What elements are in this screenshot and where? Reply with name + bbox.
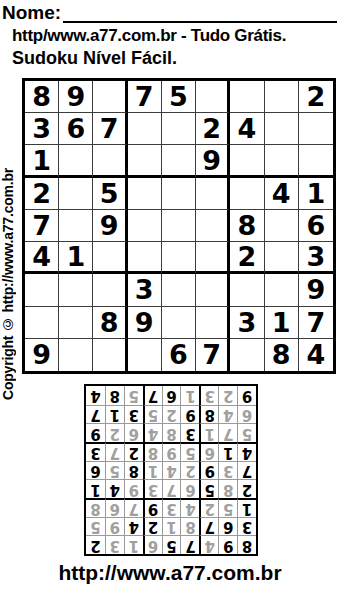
solution-cell-r3c6: 9 [143, 498, 162, 517]
cell-r6c4[interactable] [128, 242, 162, 274]
solution-cell-r7c9: 9 [86, 423, 105, 442]
cell-r2c2[interactable]: 6 [59, 113, 93, 145]
cell-r2c3[interactable]: 7 [93, 113, 127, 145]
cell-r8c2[interactable] [59, 307, 93, 339]
solution-cell-r7c7: 6 [124, 423, 143, 442]
cell-r8c6[interactable] [196, 307, 230, 339]
cell-r4c5[interactable] [162, 178, 196, 210]
cell-r3c3[interactable] [93, 145, 127, 177]
solution-cell-r8c6: 5 [143, 405, 162, 424]
solution-cell-r5c6: 1 [143, 461, 162, 480]
cell-r2c4[interactable] [128, 113, 162, 145]
solution-cell-r6c3: 6 [199, 442, 218, 461]
cell-r2c1[interactable]: 3 [25, 113, 59, 145]
solution-cell-r1c9: 2 [86, 535, 105, 554]
cell-r6c5[interactable] [162, 242, 196, 274]
cell-r1c6[interactable] [196, 81, 230, 113]
solution-cell-r3c7: 7 [124, 498, 143, 517]
page-title: Sudoku Nível Fácil. [12, 48, 340, 69]
solution-cell-r9c7: 5 [124, 386, 143, 405]
solution-cell-r7c6: 4 [143, 423, 162, 442]
cell-r7c6[interactable] [196, 274, 230, 306]
solution-cell-r8c1: 6 [237, 405, 256, 424]
cell-r5c3[interactable]: 9 [93, 210, 127, 242]
cell-r9c1[interactable]: 9 [25, 339, 59, 371]
cell-r7c3[interactable] [93, 274, 127, 306]
cell-r5c1[interactable]: 7 [25, 210, 59, 242]
solution-cell-r4c4: 6 [180, 479, 199, 498]
solution-cell-r2c8: 9 [105, 517, 124, 536]
footer-url: http://www.a77.com.br [0, 561, 340, 585]
solution-cell-r6c9: 3 [86, 442, 105, 461]
cell-r8c3[interactable]: 8 [93, 307, 127, 339]
solution-cell-r1c3: 4 [199, 535, 218, 554]
solution-cell-r3c8: 6 [105, 498, 124, 517]
cell-r2c6[interactable]: 2 [196, 113, 230, 145]
solution-cell-r7c4: 3 [180, 423, 199, 442]
cell-r1c5[interactable]: 5 [162, 81, 196, 113]
solution-cell-r3c4: 4 [180, 498, 199, 517]
solution-cell-r2c7: 4 [124, 517, 143, 536]
cell-r5c8[interactable] [265, 210, 299, 242]
solution-cell-r2c6: 2 [143, 517, 162, 536]
cell-r4c3[interactable]: 5 [93, 178, 127, 210]
copyright-vertical-text: Copyright © http://www.a77.com.br [0, 142, 18, 426]
cell-r7c4[interactable]: 3 [128, 274, 162, 306]
cell-r3c6[interactable]: 9 [196, 145, 230, 177]
solution-cell-r5c8: 5 [105, 461, 124, 480]
cell-r6c8[interactable] [265, 242, 299, 274]
solution-cell-r2c2: 6 [218, 517, 237, 536]
solution-cell-r9c8: 8 [105, 386, 124, 405]
cell-r8c7[interactable]: 3 [230, 307, 264, 339]
cell-r3c2[interactable] [59, 145, 93, 177]
cell-r5c6[interactable] [196, 210, 230, 242]
cell-r4c6[interactable] [196, 178, 230, 210]
solution-cell-r7c5: 8 [162, 423, 181, 442]
cell-r8c4[interactable]: 9 [128, 307, 162, 339]
solution-cell-r3c9: 8 [86, 498, 105, 517]
cell-r9c3[interactable] [93, 339, 127, 371]
cell-r2c5[interactable] [162, 113, 196, 145]
sudoku-printable-page: Nome: http/www.a77.com.br - Tudo Grátis.… [0, 0, 340, 596]
solution-cell-r5c2: 3 [218, 461, 237, 480]
solution-cell-r1c1: 8 [237, 535, 256, 554]
solution-cell-r2c3: 7 [199, 517, 218, 536]
cell-r1c4[interactable]: 7 [128, 81, 162, 113]
solution-cell-r8c7: 3 [124, 405, 143, 424]
cell-r7c9[interactable]: 9 [299, 274, 333, 306]
solution-cell-r3c5: 3 [162, 498, 181, 517]
solution-cell-r8c4: 9 [180, 405, 199, 424]
solution-cell-r7c3: 1 [199, 423, 218, 442]
solution-cell-r6c2: 1 [218, 442, 237, 461]
cell-r5c5[interactable] [162, 210, 196, 242]
solution-cell-r9c1: 9 [237, 386, 256, 405]
cell-r3c7[interactable] [230, 145, 264, 177]
cell-r1c8[interactable] [265, 81, 299, 113]
cell-r5c9[interactable]: 6 [299, 210, 333, 242]
cell-r3c1[interactable]: 1 [25, 145, 59, 177]
cell-r8c8[interactable]: 1 [265, 307, 299, 339]
solution-cell-r5c5: 4 [162, 461, 181, 480]
solution-cell-r4c6: 3 [143, 479, 162, 498]
solution-cell-r6c8: 7 [105, 442, 124, 461]
solution-cell-r4c8: 4 [105, 479, 124, 498]
cell-r2c9[interactable] [299, 113, 333, 145]
solution-cell-r2c5: 1 [162, 517, 181, 536]
cell-r3c9[interactable] [299, 145, 333, 177]
solution-cell-r8c9: 7 [86, 405, 105, 424]
cell-r9c7[interactable] [230, 339, 264, 371]
cell-r1c3[interactable] [93, 81, 127, 113]
solution-cell-r7c2: 7 [218, 423, 237, 442]
cell-r5c4[interactable] [128, 210, 162, 242]
solution-cell-r5c1: 7 [237, 461, 256, 480]
cell-r9c8[interactable]: 8 [265, 339, 299, 371]
cell-r6c3[interactable] [93, 242, 127, 274]
solution-cell-r5c9: 6 [86, 461, 105, 480]
name-blank-line[interactable] [63, 4, 337, 23]
solution-cell-r1c6: 6 [143, 535, 162, 554]
solution-cell-r1c2: 9 [218, 535, 237, 554]
sudoku-board: 897523672419254179864123398931796784 [22, 78, 336, 374]
cell-r9c9[interactable]: 4 [299, 339, 333, 371]
solution-cell-r6c4: 5 [180, 442, 199, 461]
solution-cell-r6c1: 4 [237, 442, 256, 461]
solution-cell-r9c9: 4 [86, 386, 105, 405]
cell-r7c1[interactable] [25, 274, 59, 306]
cell-r3c4[interactable] [128, 145, 162, 177]
cell-r9c5[interactable]: 6 [162, 339, 196, 371]
solution-cell-r1c7: 1 [124, 535, 143, 554]
cell-r7c7[interactable] [230, 274, 264, 306]
cell-r2c7[interactable]: 4 [230, 113, 264, 145]
solution-cell-r4c3: 5 [199, 479, 218, 498]
solution-cell-r9c3: 3 [199, 386, 218, 405]
solution-cell-r4c9: 1 [86, 479, 105, 498]
solution-cell-r9c2: 2 [218, 386, 237, 405]
solution-cell-r6c5: 9 [162, 442, 181, 461]
cell-r4c1[interactable]: 2 [25, 178, 59, 210]
cell-r6c7[interactable]: 2 [230, 242, 264, 274]
cell-r7c2[interactable] [59, 274, 93, 306]
cell-r1c9[interactable]: 2 [299, 81, 333, 113]
name-row: Nome: [2, 3, 337, 23]
cell-r4c2[interactable] [59, 178, 93, 210]
solution-cell-r4c7: 9 [124, 479, 143, 498]
solution-cell-r2c1: 3 [237, 517, 256, 536]
solution-cell-r7c8: 2 [105, 423, 124, 442]
solution-board-rotated: 8947561323678124951524397682856739417392… [84, 384, 258, 556]
cell-r1c7[interactable] [230, 81, 264, 113]
solution-cell-r2c4: 8 [180, 517, 199, 536]
cell-r5c7[interactable]: 8 [230, 210, 264, 242]
cell-r4c7[interactable] [230, 178, 264, 210]
solution-cell-r9c5: 6 [162, 386, 181, 405]
cell-r2c8[interactable] [265, 113, 299, 145]
solution-cell-r5c7: 8 [124, 461, 143, 480]
cell-r7c8[interactable] [265, 274, 299, 306]
cell-r1c1[interactable]: 8 [25, 81, 59, 113]
solution-cell-r4c5: 7 [162, 479, 181, 498]
cell-r8c5[interactable] [162, 307, 196, 339]
cell-r6c2[interactable]: 1 [59, 242, 93, 274]
solution-cell-r3c3: 2 [199, 498, 218, 517]
cell-r9c6[interactable]: 7 [196, 339, 230, 371]
solution-cell-r1c5: 5 [162, 535, 181, 554]
solution-cell-r6c7: 2 [124, 442, 143, 461]
solution-cell-r1c8: 3 [105, 535, 124, 554]
cell-r9c2[interactable] [59, 339, 93, 371]
cell-r3c5[interactable] [162, 145, 196, 177]
solution-cell-r8c8: 1 [105, 405, 124, 424]
solution-cell-r4c1: 2 [237, 479, 256, 498]
solution-cell-r8c2: 4 [218, 405, 237, 424]
cell-r5c2[interactable] [59, 210, 93, 242]
solution-cell-r2c9: 5 [86, 517, 105, 536]
solution-cell-r3c1: 1 [237, 498, 256, 517]
cell-r7c5[interactable] [162, 274, 196, 306]
cell-r4c8[interactable]: 4 [265, 178, 299, 210]
solution-cell-r1c4: 7 [180, 535, 199, 554]
cell-r8c9[interactable]: 7 [299, 307, 333, 339]
solution-cell-r8c3: 8 [199, 405, 218, 424]
cell-r3c8[interactable] [265, 145, 299, 177]
cell-r6c6[interactable] [196, 242, 230, 274]
name-label: Nome: [2, 3, 61, 23]
solution-cell-r7c1: 5 [237, 423, 256, 442]
solution-cell-r4c2: 8 [218, 479, 237, 498]
cell-r4c9[interactable]: 1 [299, 178, 333, 210]
solution-cell-r6c6: 8 [143, 442, 162, 461]
solution-cell-r5c3: 9 [199, 461, 218, 480]
solution-cell-r5c4: 2 [180, 461, 199, 480]
site-tagline: http/www.a77.com.br - Tudo Grátis. [12, 26, 340, 46]
cell-r8c1[interactable] [25, 307, 59, 339]
solution-cell-r9c4: 1 [180, 386, 199, 405]
solution-cell-r8c5: 2 [162, 405, 181, 424]
cell-r4c4[interactable] [128, 178, 162, 210]
cell-r6c1[interactable]: 4 [25, 242, 59, 274]
solution-cell-r9c6: 7 [143, 386, 162, 405]
cell-r6c9[interactable]: 3 [299, 242, 333, 274]
solution-cell-r3c2: 5 [218, 498, 237, 517]
cell-r9c4[interactable] [128, 339, 162, 371]
cell-r1c2[interactable]: 9 [59, 81, 93, 113]
